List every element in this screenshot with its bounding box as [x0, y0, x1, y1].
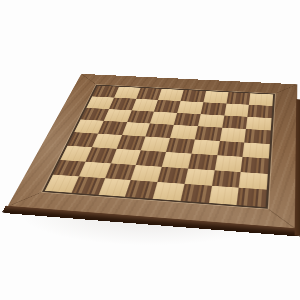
square-g1 [208, 186, 238, 205]
square-e1 [153, 182, 185, 201]
product-photo-background [0, 0, 300, 300]
square-f2 [184, 168, 214, 186]
square-h2 [239, 172, 268, 190]
square-f3 [188, 153, 217, 170]
square-g2 [211, 170, 240, 188]
board-edge-right [295, 99, 300, 236]
chessboard [7, 74, 297, 229]
square-e3 [162, 152, 191, 168]
square-h3 [241, 157, 269, 174]
square-e2 [157, 166, 188, 184]
square-g3 [214, 155, 242, 172]
square-f1 [180, 184, 211, 203]
square-h1 [237, 188, 267, 207]
